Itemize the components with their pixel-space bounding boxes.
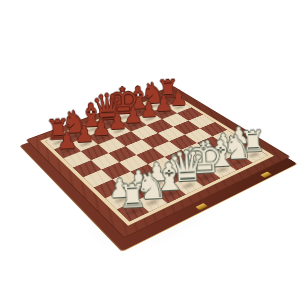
square-a1: ♜ (117, 201, 149, 222)
product-photo-scene: ♜♞♝♛♚♝♞♜♟♟♟♟♟♟♟♟♟♟♟♟♟♟♟♟♜♞♝♛♚♝♞♜ (0, 0, 300, 300)
white-rook: ♜ (106, 179, 159, 214)
